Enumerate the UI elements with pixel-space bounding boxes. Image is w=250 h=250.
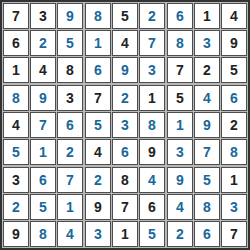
cell-r1c1[interactable]: 7 (3, 3, 29, 29)
cell-r9c8[interactable]: 6 (194, 221, 220, 247)
sudoku-box-2: 852147693 (85, 3, 165, 83)
cell-r6c9[interactable]: 8 (221, 139, 247, 165)
cell-r8c8[interactable]: 8 (194, 194, 220, 220)
cell-r7c6[interactable]: 4 (139, 167, 165, 193)
sudoku-box-6: 546192378 (167, 85, 247, 165)
cell-r8c9[interactable]: 3 (221, 194, 247, 220)
cell-r4c6[interactable]: 1 (139, 85, 165, 111)
cell-r5c2[interactable]: 7 (30, 112, 56, 138)
cell-r4c7[interactable]: 5 (167, 85, 193, 111)
cell-r6c2[interactable]: 1 (30, 139, 56, 165)
cell-r9c2[interactable]: 8 (30, 221, 56, 247)
cell-r7c4[interactable]: 2 (85, 167, 111, 193)
cell-r5c7[interactable]: 1 (167, 112, 193, 138)
cell-r6c1[interactable]: 5 (3, 139, 29, 165)
cell-r9c4[interactable]: 3 (85, 221, 111, 247)
sudoku-box-3: 614839725 (167, 3, 247, 83)
sudoku-box-4: 893476512 (3, 85, 83, 165)
cell-r6c3[interactable]: 2 (57, 139, 83, 165)
cell-r1c7[interactable]: 6 (167, 3, 193, 29)
sudoku-box-7: 367251984 (3, 167, 83, 247)
cell-r5c6[interactable]: 8 (139, 112, 165, 138)
cell-r3c4[interactable]: 6 (85, 57, 111, 83)
cell-r3c6[interactable]: 3 (139, 57, 165, 83)
sudoku-box-9: 951483267 (167, 167, 247, 247)
cell-r8c1[interactable]: 2 (3, 194, 29, 220)
cell-r1c5[interactable]: 5 (112, 3, 138, 29)
cell-r4c4[interactable]: 7 (85, 85, 111, 111)
cell-r1c4[interactable]: 8 (85, 3, 111, 29)
cell-r5c1[interactable]: 4 (3, 112, 29, 138)
cell-r8c3[interactable]: 1 (57, 194, 83, 220)
cell-r7c5[interactable]: 8 (112, 167, 138, 193)
cell-r1c8[interactable]: 1 (194, 3, 220, 29)
cell-r3c1[interactable]: 1 (3, 57, 29, 83)
cell-r4c2[interactable]: 9 (30, 85, 56, 111)
cell-r8c7[interactable]: 4 (167, 194, 193, 220)
cell-r9c5[interactable]: 1 (112, 221, 138, 247)
cell-r7c7[interactable]: 9 (167, 167, 193, 193)
cell-r8c5[interactable]: 7 (112, 194, 138, 220)
cell-r4c1[interactable]: 8 (3, 85, 29, 111)
cell-r3c7[interactable]: 7 (167, 57, 193, 83)
cell-r4c9[interactable]: 6 (221, 85, 247, 111)
cell-r3c8[interactable]: 2 (194, 57, 220, 83)
sudoku-box-5: 721538469 (85, 85, 165, 165)
cell-r5c9[interactable]: 2 (221, 112, 247, 138)
cell-r7c8[interactable]: 5 (194, 167, 220, 193)
cell-r2c9[interactable]: 9 (221, 30, 247, 56)
cell-r8c4[interactable]: 9 (85, 194, 111, 220)
cell-r6c6[interactable]: 9 (139, 139, 165, 165)
cell-r9c9[interactable]: 7 (221, 221, 247, 247)
cell-r9c6[interactable]: 5 (139, 221, 165, 247)
cell-r9c7[interactable]: 2 (167, 221, 193, 247)
cell-r3c9[interactable]: 5 (221, 57, 247, 83)
cell-r7c3[interactable]: 7 (57, 167, 83, 193)
cell-r2c7[interactable]: 8 (167, 30, 193, 56)
sudoku-box-8: 284976315 (85, 167, 165, 247)
cell-r6c8[interactable]: 7 (194, 139, 220, 165)
cell-r7c9[interactable]: 1 (221, 167, 247, 193)
cell-r2c3[interactable]: 5 (57, 30, 83, 56)
cell-r1c3[interactable]: 9 (57, 3, 83, 29)
cell-r3c3[interactable]: 8 (57, 57, 83, 83)
cell-r4c5[interactable]: 2 (112, 85, 138, 111)
cell-r5c3[interactable]: 6 (57, 112, 83, 138)
cell-r5c4[interactable]: 5 (85, 112, 111, 138)
cell-r2c6[interactable]: 7 (139, 30, 165, 56)
cell-r8c2[interactable]: 5 (30, 194, 56, 220)
cell-r6c5[interactable]: 6 (112, 139, 138, 165)
cell-r1c9[interactable]: 4 (221, 3, 247, 29)
cell-r2c4[interactable]: 1 (85, 30, 111, 56)
cell-r2c1[interactable]: 6 (3, 30, 29, 56)
cell-r4c8[interactable]: 4 (194, 85, 220, 111)
cell-r1c2[interactable]: 3 (30, 3, 56, 29)
cell-r2c5[interactable]: 4 (112, 30, 138, 56)
sudoku-box-1: 739625148 (3, 3, 83, 83)
sudoku-board: 7396251488521476936148397258934765127215… (0, 0, 250, 250)
cell-r2c2[interactable]: 2 (30, 30, 56, 56)
cell-r1c6[interactable]: 2 (139, 3, 165, 29)
cell-r2c8[interactable]: 3 (194, 30, 220, 56)
cell-r5c5[interactable]: 3 (112, 112, 138, 138)
cell-r8c6[interactable]: 6 (139, 194, 165, 220)
cell-r4c3[interactable]: 3 (57, 85, 83, 111)
cell-r9c1[interactable]: 9 (3, 221, 29, 247)
cell-r7c2[interactable]: 6 (30, 167, 56, 193)
cell-r3c5[interactable]: 9 (112, 57, 138, 83)
cell-r6c4[interactable]: 4 (85, 139, 111, 165)
cell-r7c1[interactable]: 3 (3, 167, 29, 193)
cell-r5c8[interactable]: 9 (194, 112, 220, 138)
cell-r6c7[interactable]: 3 (167, 139, 193, 165)
cell-r3c2[interactable]: 4 (30, 57, 56, 83)
cell-r9c3[interactable]: 4 (57, 221, 83, 247)
